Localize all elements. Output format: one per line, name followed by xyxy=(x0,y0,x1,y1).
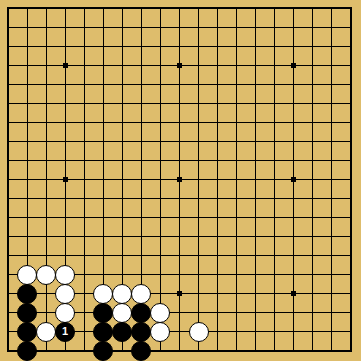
stone-white xyxy=(55,265,75,285)
stone-black xyxy=(131,341,151,361)
star-point xyxy=(63,63,68,68)
grid-line-vertical xyxy=(312,8,313,351)
star-point xyxy=(291,291,296,296)
star-point xyxy=(177,177,182,182)
grid-line-horizontal xyxy=(8,217,351,218)
grid-line-vertical xyxy=(255,8,256,351)
stone-white xyxy=(93,284,113,304)
stone-black xyxy=(93,341,113,361)
stone-white xyxy=(17,265,37,285)
stone-black xyxy=(17,322,37,342)
grid-line-vertical xyxy=(198,8,199,351)
star-point xyxy=(177,63,182,68)
grid-line-vertical xyxy=(331,8,332,351)
stone-white xyxy=(36,322,56,342)
stone-white xyxy=(189,322,209,342)
stone-white xyxy=(55,284,75,304)
grid-line-horizontal xyxy=(8,236,351,237)
move-number-label: 1 xyxy=(62,326,68,337)
grid-line-horizontal xyxy=(8,198,351,199)
grid-line-horizontal xyxy=(8,255,351,256)
grid-line-vertical xyxy=(217,8,218,351)
star-point xyxy=(63,177,68,182)
screenshot-stage: 1 xyxy=(0,0,361,361)
stone-black xyxy=(17,284,37,304)
star-point xyxy=(291,177,296,182)
star-point xyxy=(177,291,182,296)
go-board[interactable]: 1 xyxy=(0,0,361,361)
grid-line-vertical xyxy=(236,8,237,351)
stone-white xyxy=(55,303,75,323)
star-point xyxy=(291,63,296,68)
stone-black xyxy=(17,303,37,323)
grid-line-vertical xyxy=(274,8,275,351)
stone-white xyxy=(36,265,56,285)
stone-black xyxy=(17,341,37,361)
stone-black-move-1: 1 xyxy=(55,322,75,342)
